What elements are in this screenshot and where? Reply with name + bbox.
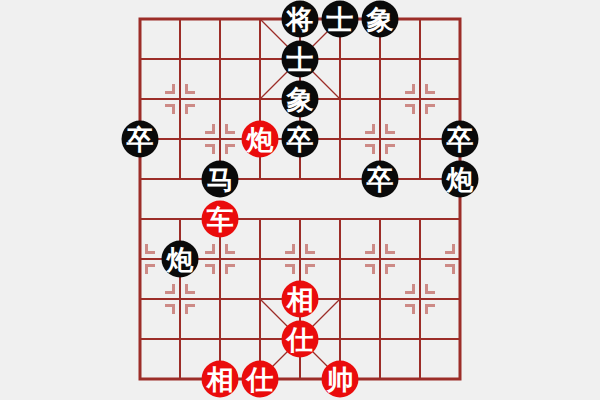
- piece-black-elephant[interactable]: 象: [362, 1, 399, 38]
- xiangqi-board: 将士象士象卒炮卒卒马卒炮车炮相仕相仕帅: [0, 0, 600, 400]
- piece-red-cannon[interactable]: 炮: [242, 121, 279, 158]
- piece-red-advisor[interactable]: 仕: [242, 361, 279, 398]
- piece-black-soldier[interactable]: 卒: [122, 121, 159, 158]
- piece-black-horse[interactable]: 马: [202, 161, 239, 198]
- piece-black-elephant[interactable]: 象: [282, 81, 319, 118]
- piece-black-cannon[interactable]: 炮: [442, 161, 479, 198]
- piece-black-soldier[interactable]: 卒: [282, 121, 319, 158]
- piece-black-advisor[interactable]: 士: [282, 41, 319, 78]
- piece-black-cannon[interactable]: 炮: [162, 241, 199, 278]
- piece-red-elephant[interactable]: 相: [202, 361, 239, 398]
- piece-red-elephant[interactable]: 相: [282, 281, 319, 318]
- piece-black-general[interactable]: 将: [282, 1, 319, 38]
- piece-black-soldier[interactable]: 卒: [362, 161, 399, 198]
- piece-black-advisor[interactable]: 士: [322, 1, 359, 38]
- piece-red-chariot[interactable]: 车: [202, 201, 239, 238]
- piece-red-general[interactable]: 帅: [322, 361, 359, 398]
- piece-red-advisor[interactable]: 仕: [282, 321, 319, 358]
- piece-black-soldier[interactable]: 卒: [442, 121, 479, 158]
- piece-layer: 将士象士象卒炮卒卒马卒炮车炮相仕相仕帅: [0, 0, 600, 400]
